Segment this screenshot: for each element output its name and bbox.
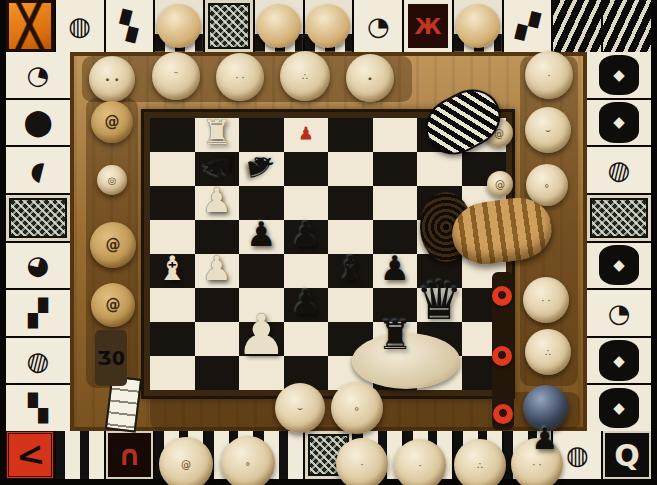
pawn-top-dome[interactable] <box>157 4 201 48</box>
tray-ball-bottom-front[interactable]: · <box>394 439 446 485</box>
tile-dome <box>155 0 203 52</box>
square-f1[interactable] <box>373 356 418 390</box>
tile-glyph: ▚ <box>28 395 48 421</box>
tile-glyph: ◖ <box>28 156 48 185</box>
tile-blob: ◔ <box>6 52 70 98</box>
chess-piece-black-pawn[interactable]: ♟ <box>291 217 321 251</box>
square-g7[interactable] <box>417 152 462 186</box>
red-peg[interactable] <box>492 286 512 306</box>
tile-glyph: ▚ <box>117 11 143 41</box>
tile-blob: ◔ <box>354 0 402 52</box>
square-a8[interactable] <box>150 118 195 152</box>
tile-glyph: ◍ <box>24 345 52 376</box>
surreal-game-painting: ◍▚◔Ж▞ <∩◍Q ◔⬤◖◕▞◍▚ ◆◆◍◆◔◆◆ ♜♞♞♟♟♝♟♟♟♝♟♞♛… <box>0 0 657 485</box>
tile-red: < <box>6 431 54 479</box>
square-a7[interactable] <box>150 152 195 186</box>
tile-knot <box>205 0 253 52</box>
tile-blob: ▚ <box>6 385 70 431</box>
tile-blob: ◍ <box>6 338 70 384</box>
tray-ball-right[interactable]: · <box>525 51 573 99</box>
tile-hour: ◆ <box>587 338 651 384</box>
tile-dome <box>454 0 502 52</box>
tile-stripeB <box>603 0 651 52</box>
tile-glyph: ◍ <box>68 13 91 39</box>
square-c4[interactable] <box>239 254 284 288</box>
tray-disc-left[interactable]: ◎ <box>97 165 127 195</box>
tile-glyph: ◔ <box>24 59 52 90</box>
tile-orange <box>6 0 54 52</box>
square-f6[interactable] <box>373 186 418 220</box>
square-a1[interactable] <box>150 356 195 390</box>
chess-piece-black-rook[interactable]: ♜ <box>377 316 412 355</box>
square-a2[interactable] <box>150 322 195 356</box>
hourglass-cut-icon: ◆ <box>613 256 625 274</box>
tile-glyph: ◕ <box>24 250 52 281</box>
chess-piece-red-marker-pawn[interactable]: ♟ <box>298 125 313 142</box>
tile-blob: ▞ <box>6 290 70 336</box>
square-e6[interactable] <box>328 186 373 220</box>
tile-blob: ◍ <box>587 147 651 193</box>
chess-piece-black-knight[interactable]: ♞ <box>197 148 236 184</box>
square-a6[interactable] <box>150 186 195 220</box>
tile-blob: ◖ <box>6 147 70 193</box>
hourglass-cut-icon: ◆ <box>613 352 625 370</box>
square-e7[interactable] <box>328 152 373 186</box>
tray-ball-right[interactable]: ⌣ <box>525 107 571 153</box>
tile-dome <box>255 0 303 52</box>
chess-piece-white-pawn[interactable]: ♟ <box>202 251 232 285</box>
tray-ball-bottom-front[interactable]: ∘ <box>221 436 275 485</box>
tray-ball-bottom-front[interactable]: ∴ <box>454 439 506 485</box>
spiral-disc[interactable]: @ <box>487 171 513 197</box>
chess-piece-black-pawn[interactable]: ♟ <box>246 217 276 251</box>
border-right: ◆◆◍◆◔◆◆ <box>587 52 651 431</box>
tray-black-pawn[interactable]: ♟ <box>532 424 559 454</box>
tile-blob: ◕ <box>6 243 70 289</box>
square-b1[interactable] <box>195 356 240 390</box>
tile-maroon: Ж <box>404 0 452 52</box>
tray-ball-top[interactable]: ∙ <box>346 54 394 102</box>
chess-piece-black-pawn[interactable]: ♟ <box>291 285 321 319</box>
tray-disc-left[interactable]: @ <box>91 283 135 327</box>
tray-ball-top[interactable]: ∙ ∙ <box>89 56 135 102</box>
tray-ball-bottom-back[interactable]: ∘ <box>331 382 383 434</box>
red-peg[interactable] <box>492 346 512 366</box>
tile-hour: ◆ <box>587 243 651 289</box>
square-d7[interactable] <box>284 152 329 186</box>
square-f7[interactable] <box>373 152 418 186</box>
tile-glyph: ∩ <box>118 439 141 472</box>
hourglass-cut-icon: ◆ <box>613 399 625 417</box>
square-g1[interactable] <box>417 356 462 390</box>
chess-piece-white-pawn-large[interactable]: ♟ <box>236 307 286 363</box>
tile-glyph: Ж <box>415 14 442 39</box>
square-e3[interactable] <box>328 288 373 322</box>
domino-stack[interactable] <box>105 375 142 432</box>
chess-piece-white-bishop[interactable]: ♝ <box>157 251 187 285</box>
tile-hour: ◆ <box>587 52 651 98</box>
tile-glyph: ◔ <box>608 300 631 326</box>
red-peg[interactable] <box>493 404 513 424</box>
pawn-top-dome[interactable] <box>257 4 301 48</box>
tile-hour: ◆ <box>587 100 651 146</box>
tile-stripeB <box>553 0 601 52</box>
chess-piece-black-bishop[interactable]: ♝ <box>335 251 365 285</box>
tray-disc-left[interactable]: @ <box>90 222 136 268</box>
tile-glyph: ◍ <box>566 442 589 468</box>
tile-blob: ▞ <box>504 0 552 52</box>
square-b3[interactable] <box>195 288 240 322</box>
chess-piece-black-queen[interactable]: ♛ <box>415 274 463 327</box>
tile-glyph: ◔ <box>367 13 390 39</box>
tray-ball-right[interactable]: ∴ <box>525 329 571 375</box>
maroon-inset: Ж <box>408 4 448 48</box>
tray-ball-top[interactable]: · · <box>216 53 264 101</box>
tile-hour: ◆ <box>587 385 651 431</box>
chess-piece-black-knight[interactable]: ♞ <box>242 148 281 184</box>
tile-blob: ◍ <box>56 0 104 52</box>
square-e2[interactable] <box>328 322 373 356</box>
tile-blob: ◔ <box>587 290 651 336</box>
square-e8[interactable] <box>328 118 373 152</box>
tile-dome <box>305 0 353 52</box>
border-top: ◍▚◔Ж▞ <box>6 0 651 52</box>
tile-knot <box>6 195 70 241</box>
tile-glyph: ▞ <box>515 11 541 41</box>
pawn-top-dome[interactable] <box>306 4 350 48</box>
chess-piece-black-pawn[interactable]: ♟ <box>380 251 410 285</box>
tray-ball-bottom-back[interactable]: ⌣ <box>275 383 325 433</box>
tray-ball-top[interactable]: ¨ <box>152 52 200 100</box>
tile-blob: ⬤ <box>6 100 70 146</box>
tile-glyph: Q <box>614 438 640 473</box>
hourglass-cut-icon: ◆ <box>613 66 625 84</box>
square-b2[interactable] <box>195 322 240 356</box>
tile-arch: ∩ <box>106 431 154 479</box>
chess-piece-white-rook[interactable]: ♜ <box>202 115 232 149</box>
pawn-top-dome[interactable] <box>456 4 500 48</box>
tile-blob: ▚ <box>106 0 154 52</box>
tile-glyph: < <box>13 433 47 477</box>
tray-ball-bottom-front[interactable]: · <box>336 438 388 485</box>
chess-piece-white-pawn[interactable]: ♟ <box>202 183 232 217</box>
tray-ball-top[interactable]: ∴ <box>280 51 330 101</box>
square-f8[interactable] <box>373 118 418 152</box>
tile-glyph: ◍ <box>605 155 633 186</box>
tray-ball-bottom-front[interactable]: @ <box>159 437 213 485</box>
hourglass-cut-icon: ◆ <box>613 113 625 131</box>
tray-disc-left[interactable]: @ <box>91 101 133 143</box>
border-left: ◔⬤◖◕▞◍▚ <box>6 52 70 431</box>
tile-glyph: ▞ <box>28 300 48 326</box>
square-d2[interactable] <box>284 322 329 356</box>
tile-knot <box>587 195 651 241</box>
tile-glyph: ⬤ <box>23 109 52 135</box>
tray-ball-right[interactable]: · · <box>523 277 569 323</box>
tile-stripe <box>56 431 104 479</box>
square-a3[interactable] <box>150 288 195 322</box>
tile-qblack: Q <box>603 431 651 479</box>
